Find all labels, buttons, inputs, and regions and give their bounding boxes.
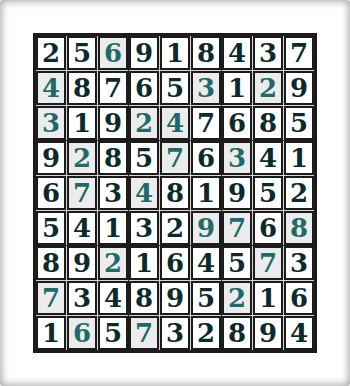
cell-r4c5[interactable]: 7: [160, 141, 190, 175]
cell-r8c7[interactable]: 2: [222, 281, 252, 315]
cell-r3c5[interactable]: 4: [160, 106, 190, 140]
cell-r9c3[interactable]: 5: [98, 316, 128, 350]
cell-r3c9[interactable]: 5: [284, 106, 314, 140]
cell-r1c6[interactable]: 8: [191, 36, 221, 70]
sudoku-box-3: 437129685: [222, 36, 314, 140]
cell-r7c4[interactable]: 1: [129, 246, 159, 280]
cell-r3c3[interactable]: 9: [98, 106, 128, 140]
cell-r5c7[interactable]: 9: [222, 176, 252, 210]
cell-r1c5[interactable]: 1: [160, 36, 190, 70]
cell-r1c1[interactable]: 2: [36, 36, 66, 70]
cell-r4c1[interactable]: 9: [36, 141, 66, 175]
cell-r9c4[interactable]: 7: [129, 316, 159, 350]
cell-r6c1[interactable]: 5: [36, 211, 66, 245]
cell-r7c2[interactable]: 9: [67, 246, 97, 280]
cell-r6c8[interactable]: 6: [253, 211, 283, 245]
cell-r3c1[interactable]: 3: [36, 106, 66, 140]
cell-r4c8[interactable]: 4: [253, 141, 283, 175]
cell-r7c6[interactable]: 4: [191, 246, 221, 280]
sudoku-box-4: 928673541: [36, 141, 128, 245]
sudoku-box-8: 164895732: [129, 246, 221, 350]
cell-r9c1[interactable]: 1: [36, 316, 66, 350]
cell-r3c4[interactable]: 2: [129, 106, 159, 140]
cell-r6c5[interactable]: 2: [160, 211, 190, 245]
cell-r6c3[interactable]: 1: [98, 211, 128, 245]
cell-r7c9[interactable]: 3: [284, 246, 314, 280]
cell-r2c2[interactable]: 8: [67, 71, 97, 105]
cell-r5c9[interactable]: 2: [284, 176, 314, 210]
cell-r9c2[interactable]: 6: [67, 316, 97, 350]
cell-r4c2[interactable]: 2: [67, 141, 97, 175]
cell-r1c2[interactable]: 5: [67, 36, 97, 70]
cell-r2c7[interactable]: 1: [222, 71, 252, 105]
cell-r2c4[interactable]: 6: [129, 71, 159, 105]
page-background: 2564873199186532474371296859286735415764…: [0, 0, 350, 386]
cell-r2c6[interactable]: 3: [191, 71, 221, 105]
cell-r9c6[interactable]: 2: [191, 316, 221, 350]
cell-r8c5[interactable]: 9: [160, 281, 190, 315]
cell-r5c5[interactable]: 8: [160, 176, 190, 210]
sudoku-box-1: 256487319: [36, 36, 128, 140]
cell-r8c1[interactable]: 7: [36, 281, 66, 315]
cell-r2c5[interactable]: 5: [160, 71, 190, 105]
cell-r2c9[interactable]: 9: [284, 71, 314, 105]
cell-r4c6[interactable]: 6: [191, 141, 221, 175]
sudoku-box-6: 341952768: [222, 141, 314, 245]
cell-r3c7[interactable]: 6: [222, 106, 252, 140]
cell-r7c7[interactable]: 5: [222, 246, 252, 280]
cell-r2c3[interactable]: 7: [98, 71, 128, 105]
cell-r5c6[interactable]: 1: [191, 176, 221, 210]
cell-r6c6[interactable]: 9: [191, 211, 221, 245]
cell-r5c3[interactable]: 3: [98, 176, 128, 210]
cell-r8c6[interactable]: 5: [191, 281, 221, 315]
sudoku-box-2: 918653247: [129, 36, 221, 140]
cell-r1c4[interactable]: 9: [129, 36, 159, 70]
cell-r5c4[interactable]: 4: [129, 176, 159, 210]
cell-r3c6[interactable]: 7: [191, 106, 221, 140]
cell-r1c3[interactable]: 6: [98, 36, 128, 70]
cell-r4c3[interactable]: 8: [98, 141, 128, 175]
cell-r8c9[interactable]: 6: [284, 281, 314, 315]
cell-r3c8[interactable]: 8: [253, 106, 283, 140]
cell-r2c8[interactable]: 2: [253, 71, 283, 105]
cell-r6c9[interactable]: 8: [284, 211, 314, 245]
cell-r4c7[interactable]: 3: [222, 141, 252, 175]
cell-r7c8[interactable]: 7: [253, 246, 283, 280]
cell-r9c5[interactable]: 3: [160, 316, 190, 350]
sudoku-box-5: 576481329: [129, 141, 221, 245]
cell-r8c2[interactable]: 3: [67, 281, 97, 315]
cell-r7c1[interactable]: 8: [36, 246, 66, 280]
cell-r9c7[interactable]: 8: [222, 316, 252, 350]
cell-r6c2[interactable]: 4: [67, 211, 97, 245]
cell-r2c1[interactable]: 4: [36, 71, 66, 105]
cell-r5c1[interactable]: 6: [36, 176, 66, 210]
cell-r5c8[interactable]: 5: [253, 176, 283, 210]
sudoku-box-9: 573216894: [222, 246, 314, 350]
sudoku-box-7: 892734165: [36, 246, 128, 350]
cell-r4c9[interactable]: 1: [284, 141, 314, 175]
cell-r7c5[interactable]: 6: [160, 246, 190, 280]
cell-r6c4[interactable]: 3: [129, 211, 159, 245]
cell-r8c8[interactable]: 1: [253, 281, 283, 315]
sudoku-board: 2564873199186532474371296859286735415764…: [33, 33, 317, 353]
cell-r3c2[interactable]: 1: [67, 106, 97, 140]
cell-r4c4[interactable]: 5: [129, 141, 159, 175]
cell-r9c9[interactable]: 4: [284, 316, 314, 350]
cell-r9c8[interactable]: 9: [253, 316, 283, 350]
cell-r8c3[interactable]: 4: [98, 281, 128, 315]
cell-r1c9[interactable]: 7: [284, 36, 314, 70]
cell-r8c4[interactable]: 8: [129, 281, 159, 315]
cell-r6c7[interactable]: 7: [222, 211, 252, 245]
cell-r7c3[interactable]: 2: [98, 246, 128, 280]
cell-r5c2[interactable]: 7: [67, 176, 97, 210]
cell-r1c8[interactable]: 3: [253, 36, 283, 70]
cell-r1c7[interactable]: 4: [222, 36, 252, 70]
